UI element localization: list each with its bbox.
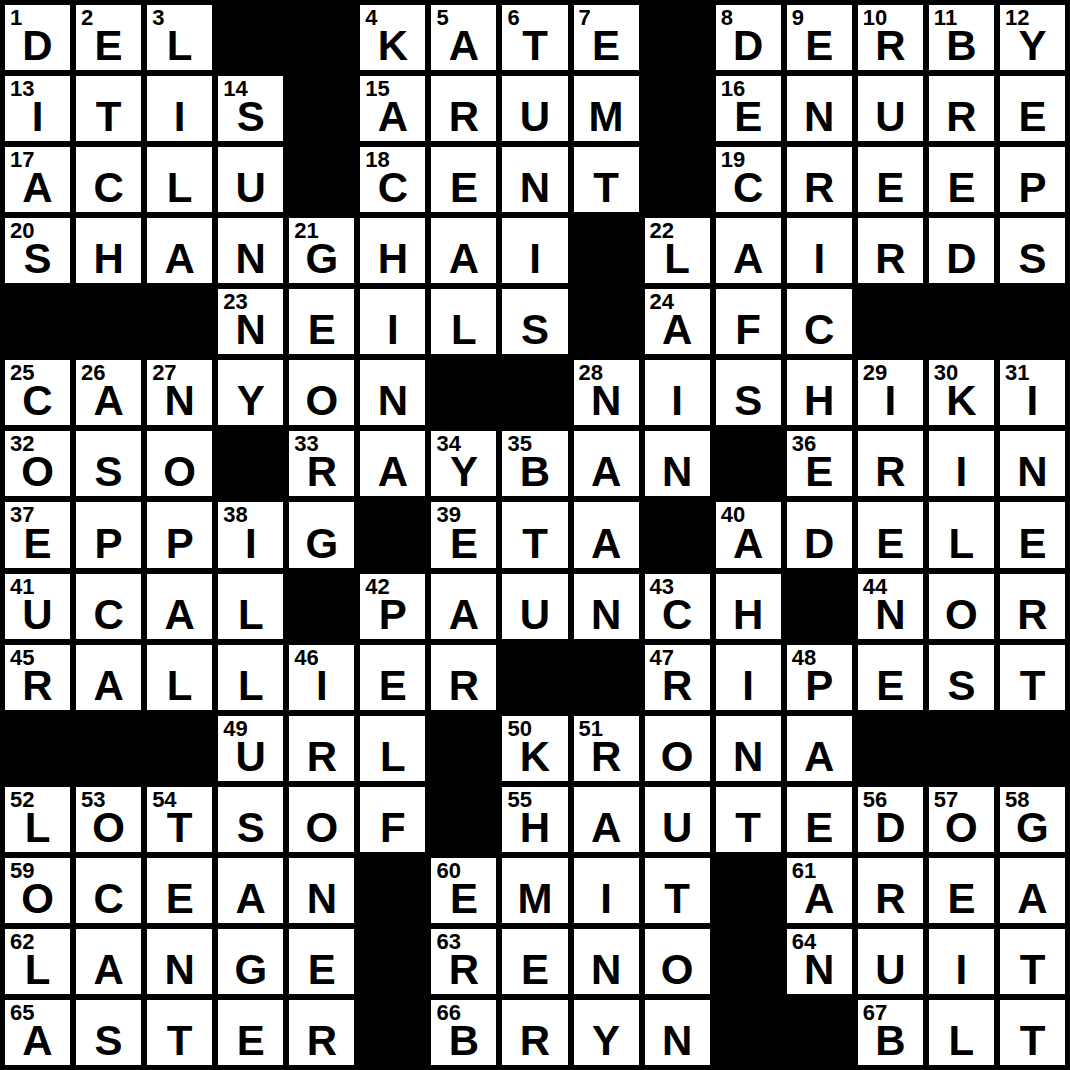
cell-letter: E: [431, 167, 496, 209]
cell-r6c5[interactable]: O: [289, 360, 354, 425]
cell-r8c4[interactable]: 38I: [218, 502, 283, 567]
cell-r6c14[interactable]: 30K: [929, 360, 994, 425]
cell-r14c1[interactable]: 62L: [5, 929, 70, 994]
cell-r5c11[interactable]: F: [716, 289, 781, 354]
cell-r4c14[interactable]: D: [929, 218, 994, 283]
cell-r10c10[interactable]: 47R: [645, 645, 710, 710]
cell-r6c15[interactable]: 31I: [1000, 360, 1065, 425]
cell-r7c15[interactable]: N: [1000, 431, 1065, 496]
cell-r5c12[interactable]: C: [787, 289, 852, 354]
black-square-r13c11: [716, 858, 781, 923]
cell-r11c10[interactable]: O: [645, 716, 710, 781]
cell-r9c7[interactable]: A: [431, 574, 496, 639]
cell-r3c8[interactable]: N: [502, 147, 567, 212]
cell-letter: H: [76, 238, 141, 280]
cell-r4c2[interactable]: H: [76, 218, 141, 283]
cell-letter: H: [787, 380, 852, 422]
cell-r1c14[interactable]: 11B: [929, 5, 994, 70]
cell-r15c1[interactable]: 65A: [5, 1000, 70, 1065]
cell-r8c7[interactable]: 39E: [431, 502, 496, 567]
cell-letter: R: [858, 451, 923, 493]
cell-letter: N: [218, 238, 283, 280]
cell-r5c5[interactable]: E: [289, 289, 354, 354]
cell-r15c9[interactable]: Y: [574, 1000, 639, 1065]
cell-r8c5[interactable]: G: [289, 502, 354, 567]
cell-r6c13[interactable]: 29I: [858, 360, 923, 425]
black-square-r10c9: [574, 645, 639, 710]
cell-r10c4[interactable]: L: [218, 645, 283, 710]
cell-r1c12[interactable]: 9E: [787, 5, 852, 70]
cell-r12c13[interactable]: 56D: [858, 787, 923, 852]
cell-letter: Y: [218, 380, 283, 422]
cell-r10c5[interactable]: 46I: [289, 645, 354, 710]
cell-r11c8[interactable]: 50K: [502, 716, 567, 781]
cell-letter: O: [645, 736, 710, 778]
cell-letter: A: [431, 25, 496, 67]
cell-r14c15[interactable]: T: [1000, 929, 1065, 994]
black-square-r11c13: [858, 716, 923, 781]
cell-r2c6[interactable]: 15A: [360, 76, 425, 141]
cell-r7c6[interactable]: A: [360, 431, 425, 496]
cell-r9c15[interactable]: R: [1000, 574, 1065, 639]
cell-letter: A: [787, 878, 852, 920]
crossword-puzzle: 1D2E3L4K5A6T7E8D9E10R11B12Y13ITI14S15ARU…: [0, 0, 1070, 1070]
cell-letter: N: [360, 380, 425, 422]
cell-r14c5[interactable]: E: [289, 929, 354, 994]
cell-r6c12[interactable]: H: [787, 360, 852, 425]
cell-letter: E: [787, 451, 852, 493]
cell-r6c1[interactable]: 25C: [5, 360, 70, 425]
black-square-r12c7: [431, 787, 496, 852]
cell-r4c6[interactable]: H: [360, 218, 425, 283]
cell-r9c10[interactable]: 43C: [645, 574, 710, 639]
cell-r4c11[interactable]: A: [716, 218, 781, 283]
cell-letter: T: [1000, 665, 1065, 707]
cell-letter: I: [360, 309, 425, 351]
cell-letter: A: [431, 238, 496, 280]
cell-r4c12[interactable]: I: [787, 218, 852, 283]
cell-r12c2[interactable]: 53O: [76, 787, 141, 852]
cell-r15c2[interactable]: S: [76, 1000, 141, 1065]
cell-letter: R: [574, 736, 639, 778]
cell-r13c3[interactable]: E: [147, 858, 212, 923]
cell-r12c15[interactable]: 58G: [1000, 787, 1065, 852]
cell-r14c13[interactable]: U: [858, 929, 923, 994]
cell-r3c4[interactable]: U: [218, 147, 283, 212]
cell-letter: R: [858, 25, 923, 67]
cell-letter: Y: [431, 451, 496, 493]
cell-r10c1[interactable]: 45R: [5, 645, 70, 710]
cell-letter: R: [502, 1020, 567, 1062]
cell-r10c12[interactable]: 48P: [787, 645, 852, 710]
cell-r1c7[interactable]: 5A: [431, 5, 496, 70]
cell-r6c4[interactable]: Y: [218, 360, 283, 425]
cell-letter: E: [574, 25, 639, 67]
cell-r10c7[interactable]: R: [431, 645, 496, 710]
black-square-r5c1: [5, 289, 70, 354]
cell-r15c7[interactable]: 66B: [431, 1000, 496, 1065]
cell-r15c8[interactable]: R: [502, 1000, 567, 1065]
cell-letter: E: [502, 949, 567, 991]
cell-letter: T: [645, 878, 710, 920]
cell-r7c5[interactable]: 33R: [289, 431, 354, 496]
cell-r11c9[interactable]: 51R: [574, 716, 639, 781]
cell-letter: S: [218, 96, 283, 138]
cell-r4c8[interactable]: I: [502, 218, 567, 283]
cell-r12c6[interactable]: F: [360, 787, 425, 852]
cell-letter: T: [1000, 949, 1065, 991]
cell-r7c2[interactable]: S: [76, 431, 141, 496]
cell-letter: H: [502, 807, 567, 849]
cell-letter: C: [5, 380, 70, 422]
cell-r10c13[interactable]: E: [858, 645, 923, 710]
cell-letter: A: [5, 1020, 70, 1062]
cell-r6c11[interactable]: S: [716, 360, 781, 425]
cell-letter: C: [76, 878, 141, 920]
cell-r1c2[interactable]: 2E: [76, 5, 141, 70]
cell-letter: K: [929, 380, 994, 422]
cell-letter: R: [5, 665, 70, 707]
black-square-r11c2: [76, 716, 141, 781]
cell-r13c15[interactable]: A: [1000, 858, 1065, 923]
cell-letter: H: [360, 238, 425, 280]
cell-r6c6[interactable]: N: [360, 360, 425, 425]
cell-r13c9[interactable]: I: [574, 858, 639, 923]
cell-r3c6[interactable]: 18C: [360, 147, 425, 212]
cell-r12c11[interactable]: T: [716, 787, 781, 852]
cell-r7c12[interactable]: 36E: [787, 431, 852, 496]
cell-letter: A: [76, 665, 141, 707]
black-square-r4c9: [574, 218, 639, 283]
cell-r2c13[interactable]: U: [858, 76, 923, 141]
cell-letter: B: [929, 25, 994, 67]
cell-r4c15[interactable]: S: [1000, 218, 1065, 283]
cell-r6c2[interactable]: 26A: [76, 360, 141, 425]
cell-r3c7[interactable]: E: [431, 147, 496, 212]
cell-letter: P: [1000, 167, 1065, 209]
black-square-r15c12: [787, 1000, 852, 1065]
cell-r2c15[interactable]: E: [1000, 76, 1065, 141]
cell-r2c8[interactable]: U: [502, 76, 567, 141]
cell-r10c11[interactable]: I: [716, 645, 781, 710]
cell-letter: O: [147, 451, 212, 493]
cell-letter: N: [574, 949, 639, 991]
cell-r2c4[interactable]: 14S: [218, 76, 283, 141]
black-square-r8c10: [645, 502, 710, 567]
cell-r13c1[interactable]: 59O: [5, 858, 70, 923]
cell-r7c1[interactable]: 32O: [5, 431, 70, 496]
cell-r15c4[interactable]: E: [218, 1000, 283, 1065]
cell-letter: R: [431, 96, 496, 138]
cell-r4c7[interactable]: A: [431, 218, 496, 283]
cell-r15c15[interactable]: T: [1000, 1000, 1065, 1065]
cell-letter: U: [858, 949, 923, 991]
cell-r12c5[interactable]: O: [289, 787, 354, 852]
cell-r8c8[interactable]: T: [502, 502, 567, 567]
cell-r1c6[interactable]: 4K: [360, 5, 425, 70]
cell-r8c1[interactable]: 37E: [5, 502, 70, 567]
black-square-r13c6: [360, 858, 425, 923]
cell-r14c12[interactable]: 64N: [787, 929, 852, 994]
cell-r3c12[interactable]: R: [787, 147, 852, 212]
cell-r13c8[interactable]: M: [502, 858, 567, 923]
cell-r11c12[interactable]: A: [787, 716, 852, 781]
cell-r1c13[interactable]: 10R: [858, 5, 923, 70]
cell-letter: I: [147, 96, 212, 138]
cell-r3c15[interactable]: P: [1000, 147, 1065, 212]
cell-letter: M: [574, 96, 639, 138]
black-square-r11c3: [147, 716, 212, 781]
cell-r6c10[interactable]: I: [645, 360, 710, 425]
cell-r3c14[interactable]: E: [929, 147, 994, 212]
cell-r12c4[interactable]: S: [218, 787, 283, 852]
cell-r13c13[interactable]: R: [858, 858, 923, 923]
cell-letter: E: [787, 25, 852, 67]
cell-r13c2[interactable]: C: [76, 858, 141, 923]
cell-r8c12[interactable]: D: [787, 502, 852, 567]
cell-r11c5[interactable]: R: [289, 716, 354, 781]
cell-r6c9[interactable]: 28N: [574, 360, 639, 425]
cell-r5c10[interactable]: 24A: [645, 289, 710, 354]
cell-letter: O: [76, 807, 141, 849]
cell-letter: E: [431, 878, 496, 920]
cell-letter: A: [360, 96, 425, 138]
cell-r2c2[interactable]: T: [76, 76, 141, 141]
cell-r13c12[interactable]: 61A: [787, 858, 852, 923]
cell-r9c11[interactable]: H: [716, 574, 781, 639]
cell-r10c2[interactable]: A: [76, 645, 141, 710]
cell-letter: F: [716, 309, 781, 351]
cell-r12c12[interactable]: E: [787, 787, 852, 852]
cell-r9c14[interactable]: O: [929, 574, 994, 639]
black-square-r15c11: [716, 1000, 781, 1065]
cell-r7c10[interactable]: N: [645, 431, 710, 496]
cell-letter: E: [289, 949, 354, 991]
cell-r9c3[interactable]: A: [147, 574, 212, 639]
cell-r15c5[interactable]: R: [289, 1000, 354, 1065]
cell-r14c9[interactable]: N: [574, 929, 639, 994]
cell-r11c6[interactable]: L: [360, 716, 425, 781]
cell-letter: N: [787, 949, 852, 991]
cell-letter: N: [147, 380, 212, 422]
cell-letter: O: [5, 451, 70, 493]
cell-r14c7[interactable]: 63R: [431, 929, 496, 994]
cell-r13c14[interactable]: E: [929, 858, 994, 923]
cell-letter: G: [218, 949, 283, 991]
cell-letter: A: [716, 523, 781, 565]
cell-letter: I: [716, 665, 781, 707]
cell-r7c7[interactable]: 34Y: [431, 431, 496, 496]
cell-r14c14[interactable]: I: [929, 929, 994, 994]
black-square-r11c7: [431, 716, 496, 781]
cell-r2c7[interactable]: R: [431, 76, 496, 141]
cell-letter: L: [147, 167, 212, 209]
cell-letter: R: [289, 451, 354, 493]
cell-r14c3[interactable]: N: [147, 929, 212, 994]
cell-letter: A: [716, 238, 781, 280]
cell-letter: F: [360, 807, 425, 849]
cell-r5c6[interactable]: I: [360, 289, 425, 354]
cell-letter: U: [5, 594, 70, 636]
cell-r7c3[interactable]: O: [147, 431, 212, 496]
cell-letter: E: [5, 523, 70, 565]
cell-r8c14[interactable]: L: [929, 502, 994, 567]
cell-r7c14[interactable]: I: [929, 431, 994, 496]
cell-r10c15[interactable]: T: [1000, 645, 1065, 710]
cell-letter: E: [929, 167, 994, 209]
cell-r7c8[interactable]: 35B: [502, 431, 567, 496]
cell-r10c3[interactable]: L: [147, 645, 212, 710]
cell-r1c3[interactable]: 3L: [147, 5, 212, 70]
cell-letter: I: [289, 665, 354, 707]
cell-r12c8[interactable]: 55H: [502, 787, 567, 852]
cell-letter: R: [289, 1020, 354, 1062]
cell-r8c9[interactable]: A: [574, 502, 639, 567]
cell-letter: S: [502, 309, 567, 351]
cell-letter: M: [502, 878, 567, 920]
cell-letter: A: [76, 380, 141, 422]
cell-letter: U: [502, 96, 567, 138]
cell-r13c4[interactable]: A: [218, 858, 283, 923]
cell-r3c13[interactable]: E: [858, 147, 923, 212]
cell-r9c9[interactable]: N: [574, 574, 639, 639]
cell-letter: E: [787, 807, 852, 849]
cell-r1c15[interactable]: 12Y: [1000, 5, 1065, 70]
black-square-r11c14: [929, 716, 994, 781]
cell-r13c7[interactable]: 60E: [431, 858, 496, 923]
cell-letter: E: [858, 665, 923, 707]
cell-r15c13[interactable]: 67B: [858, 1000, 923, 1065]
cell-r12c3[interactable]: 54T: [147, 787, 212, 852]
cell-r9c1[interactable]: 41U: [5, 574, 70, 639]
cell-letter: C: [360, 167, 425, 209]
cell-letter: P: [787, 665, 852, 707]
cell-r12c10[interactable]: U: [645, 787, 710, 852]
cell-r1c11[interactable]: 8D: [716, 5, 781, 70]
cell-letter: E: [76, 25, 141, 67]
cell-letter: I: [218, 523, 283, 565]
cell-r4c1[interactable]: 20S: [5, 218, 70, 283]
cell-r1c9[interactable]: 7E: [574, 5, 639, 70]
cell-r9c13[interactable]: 44N: [858, 574, 923, 639]
cell-letter: R: [645, 665, 710, 707]
cell-r1c1[interactable]: 1D: [5, 5, 70, 70]
cell-letter: T: [574, 167, 639, 209]
cell-letter: A: [574, 451, 639, 493]
cell-r11c11[interactable]: N: [716, 716, 781, 781]
cell-r14c8[interactable]: E: [502, 929, 567, 994]
cell-letter: D: [858, 807, 923, 849]
cell-r2c14[interactable]: R: [929, 76, 994, 141]
cell-r5c7[interactable]: L: [431, 289, 496, 354]
cell-letter: C: [716, 167, 781, 209]
cell-letter: L: [5, 949, 70, 991]
cell-letter: N: [1000, 451, 1065, 493]
cell-r3c1[interactable]: 17A: [5, 147, 70, 212]
cell-r8c11[interactable]: 40A: [716, 502, 781, 567]
cell-letter: L: [218, 594, 283, 636]
cell-r9c2[interactable]: C: [76, 574, 141, 639]
cell-letter: E: [147, 878, 212, 920]
cell-r3c11[interactable]: 19C: [716, 147, 781, 212]
cell-r15c14[interactable]: L: [929, 1000, 994, 1065]
cell-r7c13[interactable]: R: [858, 431, 923, 496]
cell-r7c9[interactable]: A: [574, 431, 639, 496]
cell-letter: E: [218, 1020, 283, 1062]
cell-r12c9[interactable]: A: [574, 787, 639, 852]
cell-letter: T: [502, 523, 567, 565]
cell-r10c6[interactable]: E: [360, 645, 425, 710]
cell-r11c4[interactable]: 49U: [218, 716, 283, 781]
cell-r8c3[interactable]: P: [147, 502, 212, 567]
cell-r2c11[interactable]: 16E: [716, 76, 781, 141]
cell-r15c10[interactable]: N: [645, 1000, 710, 1065]
cell-r9c4[interactable]: L: [218, 574, 283, 639]
cell-letter: O: [929, 594, 994, 636]
cell-r14c4[interactable]: G: [218, 929, 283, 994]
cell-r14c2[interactable]: A: [76, 929, 141, 994]
cell-r6c3[interactable]: 27N: [147, 360, 212, 425]
cell-r5c4[interactable]: 23N: [218, 289, 283, 354]
cell-r8c2[interactable]: P: [76, 502, 141, 567]
cell-r10c14[interactable]: S: [929, 645, 994, 710]
black-square-r5c15: [1000, 289, 1065, 354]
cell-r4c13[interactable]: R: [858, 218, 923, 283]
cell-letter: A: [360, 451, 425, 493]
black-square-r5c14: [929, 289, 994, 354]
cell-r4c4[interactable]: N: [218, 218, 283, 283]
cell-r14c10[interactable]: O: [645, 929, 710, 994]
cell-r3c9[interactable]: T: [574, 147, 639, 212]
black-square-r6c7: [431, 360, 496, 425]
cell-r8c15[interactable]: E: [1000, 502, 1065, 567]
cell-letter: G: [289, 523, 354, 565]
cell-r2c1[interactable]: 13I: [5, 76, 70, 141]
cell-r8c13[interactable]: E: [858, 502, 923, 567]
cell-letter: I: [5, 96, 70, 138]
black-square-r1c10: [645, 5, 710, 70]
cell-letter: O: [645, 949, 710, 991]
cell-letter: E: [716, 96, 781, 138]
cell-letter: G: [1000, 807, 1065, 849]
cell-r4c10[interactable]: 22L: [645, 218, 710, 283]
cell-r9c6[interactable]: 42P: [360, 574, 425, 639]
cell-letter: E: [929, 878, 994, 920]
cell-letter: T: [76, 96, 141, 138]
cell-r9c8[interactable]: U: [502, 574, 567, 639]
cell-r2c9[interactable]: M: [574, 76, 639, 141]
cell-r4c5[interactable]: 21G: [289, 218, 354, 283]
black-square-r3c5: [289, 147, 354, 212]
cell-letter: K: [502, 736, 567, 778]
cell-r13c10[interactable]: T: [645, 858, 710, 923]
cell-letter: R: [858, 238, 923, 280]
cell-r2c12[interactable]: N: [787, 76, 852, 141]
cell-r1c8[interactable]: 6T: [502, 5, 567, 70]
black-square-r10c8: [502, 645, 567, 710]
cell-r5c8[interactable]: S: [502, 289, 567, 354]
cell-r12c14[interactable]: 57O: [929, 787, 994, 852]
cell-r2c3[interactable]: I: [147, 76, 212, 141]
cell-r12c1[interactable]: 52L: [5, 787, 70, 852]
cell-r13c5[interactable]: N: [289, 858, 354, 923]
cell-letter: D: [787, 523, 852, 565]
cell-letter: A: [147, 594, 212, 636]
cell-r3c3[interactable]: L: [147, 147, 212, 212]
cell-r15c3[interactable]: T: [147, 1000, 212, 1065]
cell-r3c2[interactable]: C: [76, 147, 141, 212]
cell-r4c3[interactable]: A: [147, 218, 212, 283]
